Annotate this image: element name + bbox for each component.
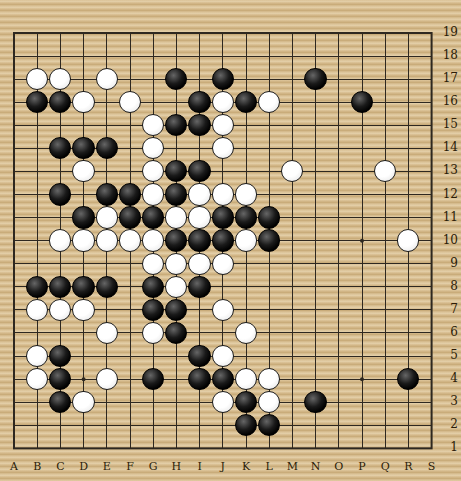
- intersection-J1[interactable]: [211, 437, 234, 460]
- intersection-G4[interactable]: [142, 367, 165, 390]
- intersection-Q14[interactable]: [373, 137, 396, 160]
- intersection-J8[interactable]: [211, 275, 234, 298]
- intersection-I5[interactable]: [188, 344, 211, 367]
- intersection-E5[interactable]: [95, 344, 118, 367]
- intersection-B4[interactable]: [26, 367, 49, 390]
- intersection-I11[interactable]: [188, 206, 211, 229]
- intersection-I14[interactable]: [188, 137, 211, 160]
- intersection-L17[interactable]: [257, 68, 280, 91]
- intersection-J4[interactable]: [211, 367, 234, 390]
- intersection-R6[interactable]: [397, 321, 420, 344]
- intersection-L15[interactable]: [257, 114, 280, 137]
- intersection-R4[interactable]: [397, 367, 420, 390]
- intersection-J3[interactable]: [211, 390, 234, 413]
- intersection-N18[interactable]: [304, 45, 327, 68]
- intersection-P9[interactable]: [350, 252, 373, 275]
- intersection-B16[interactable]: [26, 91, 49, 114]
- intersection-Q10[interactable]: [373, 229, 396, 252]
- intersection-Q6[interactable]: [373, 321, 396, 344]
- intersection-M16[interactable]: [281, 91, 304, 114]
- intersection-E10[interactable]: [95, 229, 118, 252]
- intersection-I6[interactable]: [188, 321, 211, 344]
- intersection-R12[interactable]: [397, 183, 420, 206]
- intersection-R10[interactable]: [397, 229, 420, 252]
- intersection-B2[interactable]: [26, 414, 49, 437]
- intersection-F13[interactable]: [118, 160, 141, 183]
- intersection-Q8[interactable]: [373, 275, 396, 298]
- intersection-D15[interactable]: [72, 114, 95, 137]
- intersection-F4[interactable]: [118, 367, 141, 390]
- intersection-K11[interactable]: [234, 206, 257, 229]
- intersection-R14[interactable]: [397, 137, 420, 160]
- intersection-B9[interactable]: [26, 252, 49, 275]
- intersection-R2[interactable]: [397, 414, 420, 437]
- intersection-N6[interactable]: [304, 321, 327, 344]
- intersection-R19[interactable]: [397, 21, 420, 44]
- intersection-N2[interactable]: [304, 414, 327, 437]
- intersection-L10[interactable]: [257, 229, 280, 252]
- intersection-L1[interactable]: [257, 437, 280, 460]
- intersection-K17[interactable]: [234, 68, 257, 91]
- intersection-H10[interactable]: [165, 229, 188, 252]
- intersection-Q15[interactable]: [373, 114, 396, 137]
- intersection-A12[interactable]: [2, 183, 25, 206]
- intersection-F16[interactable]: [118, 91, 141, 114]
- intersection-B17[interactable]: [26, 68, 49, 91]
- intersection-I3[interactable]: [188, 390, 211, 413]
- intersection-C19[interactable]: [49, 21, 72, 44]
- intersection-A13[interactable]: [2, 160, 25, 183]
- intersection-R1[interactable]: [397, 437, 420, 460]
- intersection-B19[interactable]: [26, 21, 49, 44]
- intersection-A9[interactable]: [2, 252, 25, 275]
- intersection-G9[interactable]: [142, 252, 165, 275]
- intersection-O3[interactable]: [327, 390, 350, 413]
- intersection-A8[interactable]: [2, 275, 25, 298]
- intersection-G17[interactable]: [142, 68, 165, 91]
- intersection-K19[interactable]: [234, 21, 257, 44]
- intersection-I16[interactable]: [188, 91, 211, 114]
- intersection-A19[interactable]: [2, 21, 25, 44]
- intersection-M3[interactable]: [281, 390, 304, 413]
- intersection-J13[interactable]: [211, 160, 234, 183]
- intersection-G14[interactable]: [142, 137, 165, 160]
- intersection-C5[interactable]: [49, 344, 72, 367]
- intersection-I17[interactable]: [188, 68, 211, 91]
- intersection-F6[interactable]: [118, 321, 141, 344]
- intersection-D13[interactable]: [72, 160, 95, 183]
- intersection-F3[interactable]: [118, 390, 141, 413]
- intersection-O11[interactable]: [327, 206, 350, 229]
- intersection-B13[interactable]: [26, 160, 49, 183]
- intersection-A7[interactable]: [2, 298, 25, 321]
- intersection-D7[interactable]: [72, 298, 95, 321]
- intersection-O16[interactable]: [327, 91, 350, 114]
- intersection-P5[interactable]: [350, 344, 373, 367]
- intersection-R16[interactable]: [397, 91, 420, 114]
- intersection-P4[interactable]: [350, 367, 373, 390]
- intersection-E15[interactable]: [95, 114, 118, 137]
- intersection-J10[interactable]: [211, 229, 234, 252]
- intersection-A1[interactable]: [2, 437, 25, 460]
- intersection-Q12[interactable]: [373, 183, 396, 206]
- intersection-H12[interactable]: [165, 183, 188, 206]
- intersection-M2[interactable]: [281, 414, 304, 437]
- intersection-E19[interactable]: [95, 21, 118, 44]
- intersection-O8[interactable]: [327, 275, 350, 298]
- intersection-I15[interactable]: [188, 114, 211, 137]
- intersection-P13[interactable]: [350, 160, 373, 183]
- intersection-J14[interactable]: [211, 137, 234, 160]
- intersection-G1[interactable]: [142, 437, 165, 460]
- intersection-M9[interactable]: [281, 252, 304, 275]
- intersection-L19[interactable]: [257, 21, 280, 44]
- intersection-I18[interactable]: [188, 45, 211, 68]
- intersection-P8[interactable]: [350, 275, 373, 298]
- intersection-L2[interactable]: [257, 414, 280, 437]
- intersection-A5[interactable]: [2, 344, 25, 367]
- intersection-J16[interactable]: [211, 91, 234, 114]
- intersection-F8[interactable]: [118, 275, 141, 298]
- intersection-I19[interactable]: [188, 21, 211, 44]
- intersection-O18[interactable]: [327, 45, 350, 68]
- intersection-E3[interactable]: [95, 390, 118, 413]
- intersection-G2[interactable]: [142, 414, 165, 437]
- intersection-K3[interactable]: [234, 390, 257, 413]
- intersection-Q5[interactable]: [373, 344, 396, 367]
- intersection-B7[interactable]: [26, 298, 49, 321]
- intersection-F2[interactable]: [118, 414, 141, 437]
- intersection-K7[interactable]: [234, 298, 257, 321]
- intersection-K14[interactable]: [234, 137, 257, 160]
- intersection-B5[interactable]: [26, 344, 49, 367]
- intersection-Q17[interactable]: [373, 68, 396, 91]
- intersection-Q16[interactable]: [373, 91, 396, 114]
- intersection-B14[interactable]: [26, 137, 49, 160]
- intersection-C2[interactable]: [49, 414, 72, 437]
- intersection-E4[interactable]: [95, 367, 118, 390]
- intersection-D18[interactable]: [72, 45, 95, 68]
- intersection-C3[interactable]: [49, 390, 72, 413]
- intersection-K1[interactable]: [234, 437, 257, 460]
- intersection-N12[interactable]: [304, 183, 327, 206]
- intersection-A6[interactable]: [2, 321, 25, 344]
- intersection-A4[interactable]: [2, 367, 25, 390]
- intersection-P3[interactable]: [350, 390, 373, 413]
- intersection-C12[interactable]: [49, 183, 72, 206]
- intersection-K6[interactable]: [234, 321, 257, 344]
- intersection-I1[interactable]: [188, 437, 211, 460]
- intersection-R15[interactable]: [397, 114, 420, 137]
- intersection-D10[interactable]: [72, 229, 95, 252]
- intersection-Q18[interactable]: [373, 45, 396, 68]
- intersection-R13[interactable]: [397, 160, 420, 183]
- intersection-K18[interactable]: [234, 45, 257, 68]
- intersection-K2[interactable]: [234, 414, 257, 437]
- intersection-D8[interactable]: [72, 275, 95, 298]
- intersection-J17[interactable]: [211, 68, 234, 91]
- intersection-P14[interactable]: [350, 137, 373, 160]
- intersection-G8[interactable]: [142, 275, 165, 298]
- intersection-K16[interactable]: [234, 91, 257, 114]
- intersection-H11[interactable]: [165, 206, 188, 229]
- intersection-H18[interactable]: [165, 45, 188, 68]
- intersection-D17[interactable]: [72, 68, 95, 91]
- intersection-E7[interactable]: [95, 298, 118, 321]
- intersection-O1[interactable]: [327, 437, 350, 460]
- intersection-G18[interactable]: [142, 45, 165, 68]
- intersection-N8[interactable]: [304, 275, 327, 298]
- intersection-B8[interactable]: [26, 275, 49, 298]
- intersection-Q7[interactable]: [373, 298, 396, 321]
- intersection-Q9[interactable]: [373, 252, 396, 275]
- intersection-E17[interactable]: [95, 68, 118, 91]
- intersection-D4[interactable]: [72, 367, 95, 390]
- intersection-N19[interactable]: [304, 21, 327, 44]
- intersection-L11[interactable]: [257, 206, 280, 229]
- intersection-L8[interactable]: [257, 275, 280, 298]
- intersection-N1[interactable]: [304, 437, 327, 460]
- intersection-I8[interactable]: [188, 275, 211, 298]
- intersection-R18[interactable]: [397, 45, 420, 68]
- intersection-M14[interactable]: [281, 137, 304, 160]
- intersection-K4[interactable]: [234, 367, 257, 390]
- intersection-P1[interactable]: [350, 437, 373, 460]
- intersection-M13[interactable]: [281, 160, 304, 183]
- intersection-K10[interactable]: [234, 229, 257, 252]
- intersection-J9[interactable]: [211, 252, 234, 275]
- intersection-F18[interactable]: [118, 45, 141, 68]
- intersection-R7[interactable]: [397, 298, 420, 321]
- intersection-A15[interactable]: [2, 114, 25, 137]
- intersection-B10[interactable]: [26, 229, 49, 252]
- intersection-H1[interactable]: [165, 437, 188, 460]
- intersection-E13[interactable]: [95, 160, 118, 183]
- intersection-H13[interactable]: [165, 160, 188, 183]
- intersection-G11[interactable]: [142, 206, 165, 229]
- intersection-N9[interactable]: [304, 252, 327, 275]
- intersection-Q1[interactable]: [373, 437, 396, 460]
- intersection-P19[interactable]: [350, 21, 373, 44]
- intersection-B6[interactable]: [26, 321, 49, 344]
- intersection-F15[interactable]: [118, 114, 141, 137]
- intersection-J6[interactable]: [211, 321, 234, 344]
- intersection-O15[interactable]: [327, 114, 350, 137]
- intersection-J12[interactable]: [211, 183, 234, 206]
- intersection-H14[interactable]: [165, 137, 188, 160]
- intersection-F5[interactable]: [118, 344, 141, 367]
- intersection-L14[interactable]: [257, 137, 280, 160]
- intersection-J15[interactable]: [211, 114, 234, 137]
- intersection-O7[interactable]: [327, 298, 350, 321]
- intersection-M11[interactable]: [281, 206, 304, 229]
- intersection-P15[interactable]: [350, 114, 373, 137]
- intersection-H5[interactable]: [165, 344, 188, 367]
- intersection-F1[interactable]: [118, 437, 141, 460]
- intersection-B1[interactable]: [26, 437, 49, 460]
- intersection-P12[interactable]: [350, 183, 373, 206]
- intersection-D3[interactable]: [72, 390, 95, 413]
- intersection-F19[interactable]: [118, 21, 141, 44]
- intersection-K8[interactable]: [234, 275, 257, 298]
- intersection-C17[interactable]: [49, 68, 72, 91]
- intersection-G7[interactable]: [142, 298, 165, 321]
- intersection-J19[interactable]: [211, 21, 234, 44]
- intersection-E9[interactable]: [95, 252, 118, 275]
- intersection-G10[interactable]: [142, 229, 165, 252]
- intersection-I7[interactable]: [188, 298, 211, 321]
- intersection-F17[interactable]: [118, 68, 141, 91]
- intersection-C7[interactable]: [49, 298, 72, 321]
- intersection-M12[interactable]: [281, 183, 304, 206]
- intersection-G3[interactable]: [142, 390, 165, 413]
- intersection-E11[interactable]: [95, 206, 118, 229]
- intersection-Q11[interactable]: [373, 206, 396, 229]
- intersection-O6[interactable]: [327, 321, 350, 344]
- intersection-O4[interactable]: [327, 367, 350, 390]
- intersection-A11[interactable]: [2, 206, 25, 229]
- intersection-M19[interactable]: [281, 21, 304, 44]
- intersection-E2[interactable]: [95, 414, 118, 437]
- intersection-M17[interactable]: [281, 68, 304, 91]
- intersection-G5[interactable]: [142, 344, 165, 367]
- intersection-C10[interactable]: [49, 229, 72, 252]
- intersection-G13[interactable]: [142, 160, 165, 183]
- intersection-N13[interactable]: [304, 160, 327, 183]
- intersection-C1[interactable]: [49, 437, 72, 460]
- intersection-D2[interactable]: [72, 414, 95, 437]
- intersection-H15[interactable]: [165, 114, 188, 137]
- intersection-E18[interactable]: [95, 45, 118, 68]
- intersection-I4[interactable]: [188, 367, 211, 390]
- intersection-F11[interactable]: [118, 206, 141, 229]
- intersection-K15[interactable]: [234, 114, 257, 137]
- intersection-F7[interactable]: [118, 298, 141, 321]
- intersection-M15[interactable]: [281, 114, 304, 137]
- intersection-Q13[interactable]: [373, 160, 396, 183]
- intersection-F12[interactable]: [118, 183, 141, 206]
- intersection-J11[interactable]: [211, 206, 234, 229]
- intersection-I13[interactable]: [188, 160, 211, 183]
- intersection-M10[interactable]: [281, 229, 304, 252]
- intersection-G16[interactable]: [142, 91, 165, 114]
- intersection-M5[interactable]: [281, 344, 304, 367]
- intersection-C11[interactable]: [49, 206, 72, 229]
- intersection-B12[interactable]: [26, 183, 49, 206]
- intersection-H19[interactable]: [165, 21, 188, 44]
- intersection-O5[interactable]: [327, 344, 350, 367]
- intersection-M8[interactable]: [281, 275, 304, 298]
- intersection-C8[interactable]: [49, 275, 72, 298]
- intersection-A2[interactable]: [2, 414, 25, 437]
- intersection-E16[interactable]: [95, 91, 118, 114]
- intersection-J7[interactable]: [211, 298, 234, 321]
- intersection-N11[interactable]: [304, 206, 327, 229]
- intersection-D9[interactable]: [72, 252, 95, 275]
- intersection-O13[interactable]: [327, 160, 350, 183]
- intersection-M1[interactable]: [281, 437, 304, 460]
- intersection-N16[interactable]: [304, 91, 327, 114]
- intersection-N4[interactable]: [304, 367, 327, 390]
- intersection-J5[interactable]: [211, 344, 234, 367]
- intersection-F10[interactable]: [118, 229, 141, 252]
- go-board[interactable]: [2, 21, 443, 459]
- intersection-I12[interactable]: [188, 183, 211, 206]
- intersection-E6[interactable]: [95, 321, 118, 344]
- intersection-J2[interactable]: [211, 414, 234, 437]
- intersection-A14[interactable]: [2, 137, 25, 160]
- intersection-D1[interactable]: [72, 437, 95, 460]
- intersection-O14[interactable]: [327, 137, 350, 160]
- intersection-L6[interactable]: [257, 321, 280, 344]
- intersection-C13[interactable]: [49, 160, 72, 183]
- intersection-N10[interactable]: [304, 229, 327, 252]
- intersection-L4[interactable]: [257, 367, 280, 390]
- intersection-P7[interactable]: [350, 298, 373, 321]
- intersection-I9[interactable]: [188, 252, 211, 275]
- intersection-P10[interactable]: [350, 229, 373, 252]
- intersection-D14[interactable]: [72, 137, 95, 160]
- intersection-A16[interactable]: [2, 91, 25, 114]
- intersection-P6[interactable]: [350, 321, 373, 344]
- intersection-P18[interactable]: [350, 45, 373, 68]
- intersection-D19[interactable]: [72, 21, 95, 44]
- intersection-B11[interactable]: [26, 206, 49, 229]
- intersection-O10[interactable]: [327, 229, 350, 252]
- intersection-L16[interactable]: [257, 91, 280, 114]
- intersection-G19[interactable]: [142, 21, 165, 44]
- intersection-N5[interactable]: [304, 344, 327, 367]
- intersection-Q19[interactable]: [373, 21, 396, 44]
- intersection-R3[interactable]: [397, 390, 420, 413]
- intersection-D12[interactable]: [72, 183, 95, 206]
- intersection-L3[interactable]: [257, 390, 280, 413]
- intersection-G15[interactable]: [142, 114, 165, 137]
- intersection-Q4[interactable]: [373, 367, 396, 390]
- intersection-E8[interactable]: [95, 275, 118, 298]
- intersection-K5[interactable]: [234, 344, 257, 367]
- intersection-M6[interactable]: [281, 321, 304, 344]
- intersection-H7[interactable]: [165, 298, 188, 321]
- intersection-L9[interactable]: [257, 252, 280, 275]
- intersection-A18[interactable]: [2, 45, 25, 68]
- intersection-G6[interactable]: [142, 321, 165, 344]
- intersection-L13[interactable]: [257, 160, 280, 183]
- intersection-F14[interactable]: [118, 137, 141, 160]
- intersection-H8[interactable]: [165, 275, 188, 298]
- intersection-L12[interactable]: [257, 183, 280, 206]
- intersection-E14[interactable]: [95, 137, 118, 160]
- intersection-H16[interactable]: [165, 91, 188, 114]
- intersection-C16[interactable]: [49, 91, 72, 114]
- intersection-P17[interactable]: [350, 68, 373, 91]
- intersection-L7[interactable]: [257, 298, 280, 321]
- intersection-C14[interactable]: [49, 137, 72, 160]
- intersection-D16[interactable]: [72, 91, 95, 114]
- intersection-O12[interactable]: [327, 183, 350, 206]
- intersection-E1[interactable]: [95, 437, 118, 460]
- intersection-C6[interactable]: [49, 321, 72, 344]
- intersection-R9[interactable]: [397, 252, 420, 275]
- intersection-H6[interactable]: [165, 321, 188, 344]
- intersection-N17[interactable]: [304, 68, 327, 91]
- intersection-M18[interactable]: [281, 45, 304, 68]
- intersection-O17[interactable]: [327, 68, 350, 91]
- intersection-D11[interactable]: [72, 206, 95, 229]
- intersection-R8[interactable]: [397, 275, 420, 298]
- intersection-Q3[interactable]: [373, 390, 396, 413]
- intersection-K9[interactable]: [234, 252, 257, 275]
